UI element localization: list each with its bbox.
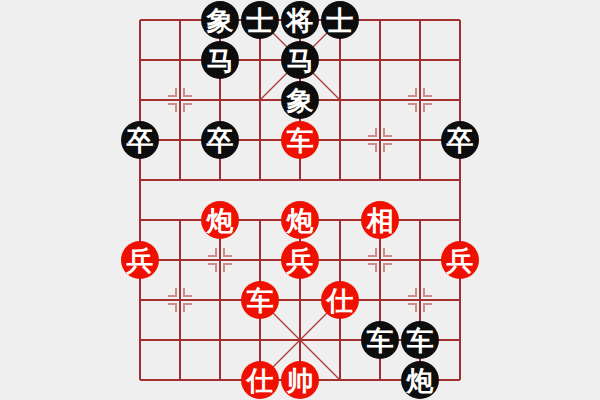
- xiangqi-board: 象士将士马马象卒卒车卒炮炮相兵兵兵车仕车车仕帅炮: [0, 0, 600, 400]
- piece-red-soldier[interactable]: 兵: [121, 241, 159, 279]
- piece-black-soldier[interactable]: 卒: [121, 121, 159, 159]
- piece-red-elephant[interactable]: 相: [361, 201, 399, 239]
- piece-black-general[interactable]: 将: [281, 1, 319, 39]
- piece-black-cannon[interactable]: 炮: [401, 361, 439, 399]
- piece-red-soldier[interactable]: 兵: [441, 241, 479, 279]
- piece-black-horse[interactable]: 马: [281, 41, 319, 79]
- piece-black-horse[interactable]: 马: [201, 41, 239, 79]
- piece-red-soldier[interactable]: 兵: [281, 241, 319, 279]
- piece-red-chariot[interactable]: 车: [241, 281, 279, 319]
- piece-red-cannon[interactable]: 炮: [201, 201, 239, 239]
- piece-red-advisor[interactable]: 仕: [241, 361, 279, 399]
- piece-black-advisor[interactable]: 士: [321, 1, 359, 39]
- piece-black-chariot[interactable]: 车: [361, 321, 399, 359]
- pieces-layer: 象士将士马马象卒卒车卒炮炮相兵兵兵车仕车车仕帅炮: [120, 0, 480, 400]
- piece-black-elephant[interactable]: 象: [201, 1, 239, 39]
- piece-black-soldier[interactable]: 卒: [201, 121, 239, 159]
- piece-red-general[interactable]: 帅: [281, 361, 319, 399]
- piece-black-elephant[interactable]: 象: [281, 81, 319, 119]
- piece-black-advisor[interactable]: 士: [241, 1, 279, 39]
- piece-black-chariot[interactable]: 车: [401, 321, 439, 359]
- piece-red-cannon[interactable]: 炮: [281, 201, 319, 239]
- piece-red-chariot[interactable]: 车: [281, 121, 319, 159]
- piece-red-advisor[interactable]: 仕: [321, 281, 359, 319]
- piece-black-soldier[interactable]: 卒: [441, 121, 479, 159]
